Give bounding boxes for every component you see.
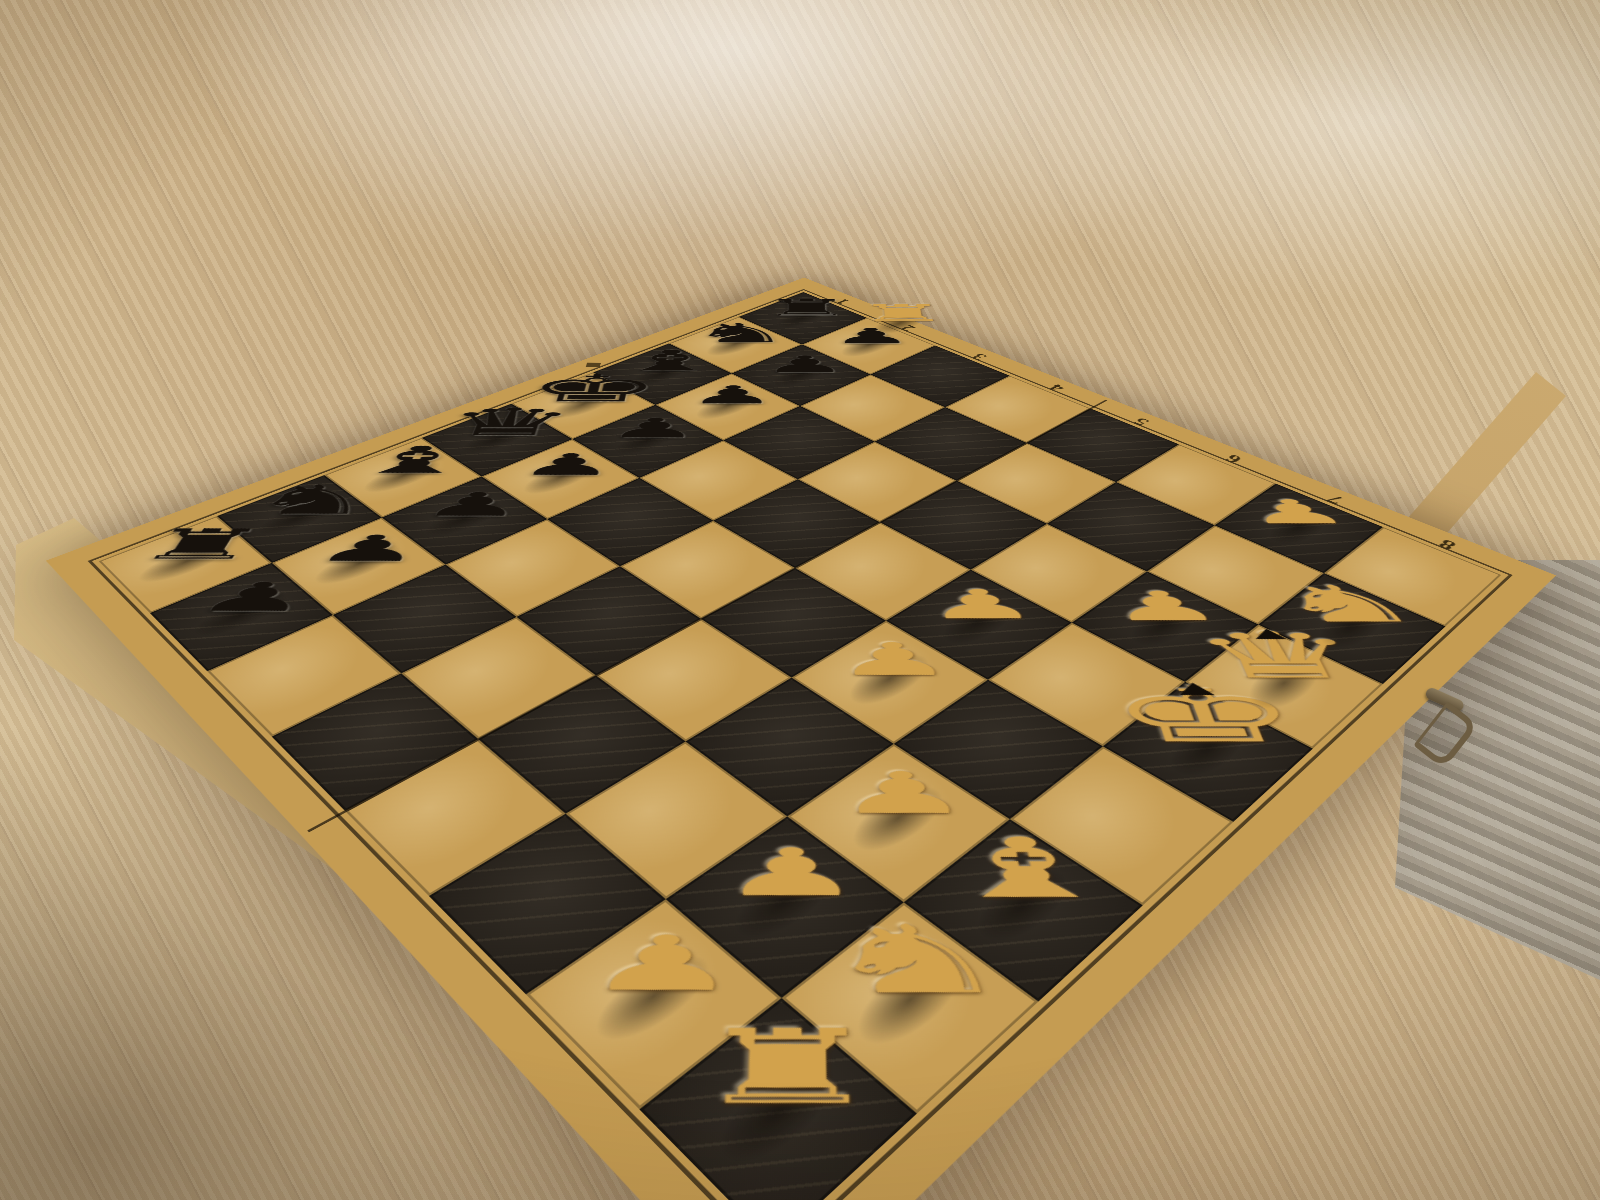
square-c2[interactable] [787,744,1010,902]
square-b1[interactable] [782,902,1039,1113]
black-pawn-h7[interactable]: ♟ [831,326,914,347]
square-c4[interactable] [596,619,792,742]
square-f1[interactable] [1185,625,1383,749]
square-e2[interactable] [988,623,1185,747]
black-knight-b8[interactable]: ♞ [240,480,387,520]
square-a6[interactable] [207,615,401,737]
chessboard-photo-scene: 12345678 ♜♞♝♛♚♝♞♜♟♟♟♟♟♟♟♟♟♟♟♟♟♟♟♜♞♝♚▲♛▲♞… [0,0,1600,1200]
square-e1[interactable] [1103,682,1313,822]
black-pawn-b7[interactable]: ♟ [309,531,431,567]
black-pawn-e7[interactable]: ♟ [605,415,701,442]
black-rook-h8[interactable]: ♜ [761,296,853,319]
square-d3[interactable] [792,621,988,744]
square-c1[interactable] [904,819,1143,1002]
white-rook-off-board-margin[interactable]: ♜ [856,302,951,325]
square-a5[interactable] [272,673,478,811]
black-knight-g8[interactable]: ♞ [689,320,792,346]
square-c3[interactable] [686,678,894,817]
square-b6[interactable] [333,565,517,674]
square-d4[interactable] [701,568,886,678]
square-a1[interactable] [639,998,917,1200]
black-queen-d8[interactable]: ♛ [436,403,580,441]
square-c5[interactable] [517,566,701,675]
black-pawn-g7[interactable]: ♟ [762,353,847,376]
square-d1[interactable] [1010,746,1234,905]
square-d2[interactable] [894,680,1103,819]
square-b2[interactable] [666,816,904,998]
square-a3[interactable] [429,814,666,995]
black-finial-tip: ▲ [1250,626,1288,640]
square-a4[interactable] [345,739,566,896]
square-b4[interactable] [478,675,685,813]
square-b5[interactable] [401,617,596,739]
black-pawn-d7[interactable]: ♟ [516,450,620,480]
black-bishop-c8[interactable]: ♝ [346,442,484,479]
square-b3[interactable] [566,741,788,899]
black-pawn-c7[interactable]: ♟ [417,488,529,521]
black-rook-a8[interactable]: ♜ [126,524,276,566]
square-a2[interactable] [526,899,782,1109]
black-pawn-f7[interactable]: ♟ [687,383,777,408]
white-pawn-h2[interactable]: ♟ [1237,496,1357,529]
